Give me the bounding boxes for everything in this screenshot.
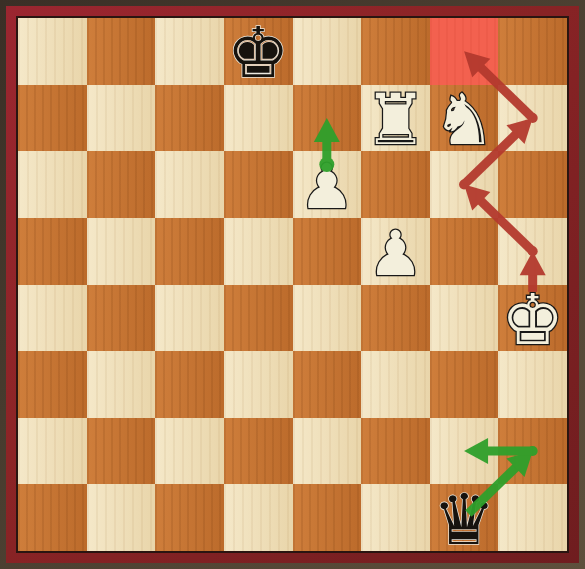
square-a8[interactable] bbox=[18, 18, 87, 85]
square-a2[interactable] bbox=[18, 418, 87, 485]
square-h6[interactable] bbox=[498, 151, 567, 218]
chess-board: ♚♜♞♟♟♚♛ bbox=[18, 18, 567, 551]
square-d2[interactable] bbox=[224, 418, 293, 485]
square-g1[interactable] bbox=[430, 484, 499, 551]
square-c6[interactable] bbox=[155, 151, 224, 218]
square-c2[interactable] bbox=[155, 418, 224, 485]
square-e3[interactable] bbox=[293, 351, 362, 418]
square-d6[interactable] bbox=[224, 151, 293, 218]
square-c1[interactable] bbox=[155, 484, 224, 551]
square-f8[interactable] bbox=[361, 18, 430, 85]
square-g5[interactable] bbox=[430, 218, 499, 285]
square-b5[interactable] bbox=[87, 218, 156, 285]
square-h2[interactable] bbox=[498, 418, 567, 485]
square-d4[interactable] bbox=[224, 285, 293, 352]
square-c8[interactable] bbox=[155, 18, 224, 85]
square-h3[interactable] bbox=[498, 351, 567, 418]
square-b7[interactable] bbox=[87, 85, 156, 152]
square-h1[interactable] bbox=[498, 484, 567, 551]
square-f2[interactable] bbox=[361, 418, 430, 485]
frame-inner-line: ♚♜♞♟♟♚♛ bbox=[16, 16, 569, 553]
square-f1[interactable] bbox=[361, 484, 430, 551]
square-c4[interactable] bbox=[155, 285, 224, 352]
square-e5[interactable] bbox=[293, 218, 362, 285]
square-b3[interactable] bbox=[87, 351, 156, 418]
square-e7[interactable] bbox=[293, 85, 362, 152]
square-a5[interactable] bbox=[18, 218, 87, 285]
square-b6[interactable] bbox=[87, 151, 156, 218]
square-f5[interactable] bbox=[361, 218, 430, 285]
square-e8[interactable] bbox=[293, 18, 362, 85]
square-g6[interactable] bbox=[430, 151, 499, 218]
square-f7[interactable] bbox=[361, 85, 430, 152]
square-g4[interactable] bbox=[430, 285, 499, 352]
square-e2[interactable] bbox=[293, 418, 362, 485]
square-e1[interactable] bbox=[293, 484, 362, 551]
square-f6[interactable] bbox=[361, 151, 430, 218]
square-b8[interactable] bbox=[87, 18, 156, 85]
square-a7[interactable] bbox=[18, 85, 87, 152]
square-f4[interactable] bbox=[361, 285, 430, 352]
square-h8[interactable] bbox=[498, 18, 567, 85]
square-h4[interactable] bbox=[498, 285, 567, 352]
square-g3[interactable] bbox=[430, 351, 499, 418]
square-d1[interactable] bbox=[224, 484, 293, 551]
square-g7[interactable] bbox=[430, 85, 499, 152]
square-b2[interactable] bbox=[87, 418, 156, 485]
square-d3[interactable] bbox=[224, 351, 293, 418]
square-f3[interactable] bbox=[361, 351, 430, 418]
square-a3[interactable] bbox=[18, 351, 87, 418]
square-d7[interactable] bbox=[224, 85, 293, 152]
square-g2[interactable] bbox=[430, 418, 499, 485]
square-d8[interactable] bbox=[224, 18, 293, 85]
square-g8[interactable] bbox=[430, 18, 499, 85]
square-c3[interactable] bbox=[155, 351, 224, 418]
square-c7[interactable] bbox=[155, 85, 224, 152]
frame-maroon-band: ♚♜♞♟♟♚♛ bbox=[6, 6, 579, 563]
square-c5[interactable] bbox=[155, 218, 224, 285]
square-e6[interactable] bbox=[293, 151, 362, 218]
square-a1[interactable] bbox=[18, 484, 87, 551]
square-a4[interactable] bbox=[18, 285, 87, 352]
square-d5[interactable] bbox=[224, 218, 293, 285]
square-h7[interactable] bbox=[498, 85, 567, 152]
chess-board-frame: ♚♜♞♟♟♚♛ bbox=[0, 0, 585, 569]
square-b1[interactable] bbox=[87, 484, 156, 551]
square-b4[interactable] bbox=[87, 285, 156, 352]
square-a6[interactable] bbox=[18, 151, 87, 218]
square-e4[interactable] bbox=[293, 285, 362, 352]
square-h5[interactable] bbox=[498, 218, 567, 285]
